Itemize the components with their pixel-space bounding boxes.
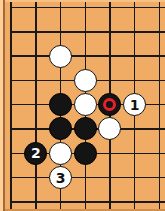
stone-black-move-2: 2 <box>24 142 47 165</box>
go-board: 123 <box>0 0 165 211</box>
stone-white <box>98 117 121 140</box>
stone-black <box>74 117 97 140</box>
stone-black <box>74 142 97 165</box>
red-circle-mark-icon <box>103 98 116 111</box>
stone-white-move-3: 3 <box>49 166 72 189</box>
stone-black <box>49 93 72 116</box>
stone-move-number: 3 <box>56 171 66 185</box>
stone-move-number: 1 <box>130 98 140 112</box>
stone-white <box>49 45 72 68</box>
stone-white <box>49 142 72 165</box>
stone-white <box>74 93 97 116</box>
stone-move-number: 2 <box>31 146 41 160</box>
go-board-grid: 123 <box>0 0 165 211</box>
stone-white <box>74 69 97 92</box>
stone-black <box>98 93 121 116</box>
stone-black <box>49 117 72 140</box>
stone-white-move-1: 1 <box>123 93 146 116</box>
